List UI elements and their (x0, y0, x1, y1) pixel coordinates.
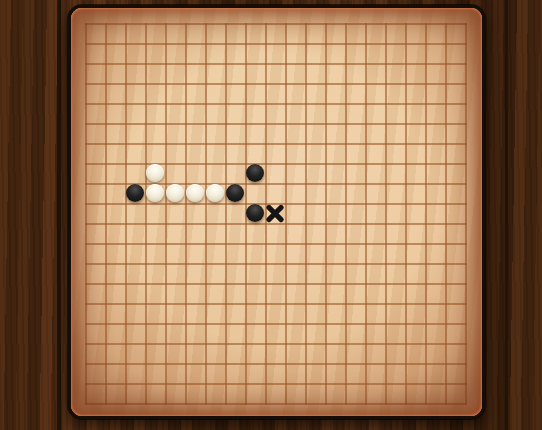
white-stone (146, 184, 164, 202)
black-stone (126, 184, 144, 202)
black-stone (246, 204, 264, 222)
board-surface (71, 8, 482, 416)
black-stone (246, 164, 264, 182)
game-board (68, 5, 485, 419)
x-marker[interactable] (265, 203, 285, 223)
wood-table-background (0, 0, 542, 430)
white-stone (146, 164, 164, 182)
white-stone (166, 184, 184, 202)
black-stone (226, 184, 244, 202)
white-stone (186, 184, 204, 202)
board-grid[interactable] (85, 23, 467, 405)
white-stone (206, 184, 224, 202)
